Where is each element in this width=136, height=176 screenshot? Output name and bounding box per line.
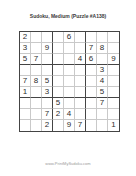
cell-r5c6 bbox=[75, 76, 86, 87]
cell-r3c9: 9 bbox=[108, 54, 119, 65]
cell-r5c5 bbox=[64, 76, 75, 87]
cell-r5c3: 5 bbox=[42, 76, 53, 87]
cell-r9c5: 9 bbox=[64, 120, 75, 131]
cell-r2c9 bbox=[108, 43, 119, 54]
cell-r6c9 bbox=[108, 87, 119, 98]
cell-r2c3: 9 bbox=[42, 43, 53, 54]
cell-r7c4: 5 bbox=[53, 98, 64, 109]
cell-r9c2 bbox=[31, 120, 42, 131]
cell-r6c3: 3 bbox=[42, 87, 53, 98]
sudoku-grid: 2639785746937854135577242971 bbox=[19, 31, 120, 132]
cell-r6c7 bbox=[86, 87, 97, 98]
cell-r1c4 bbox=[53, 32, 64, 43]
cell-r3c3 bbox=[42, 54, 53, 65]
cell-r3c6: 4 bbox=[75, 54, 86, 65]
cell-r4c1 bbox=[20, 65, 31, 76]
cell-r5c4 bbox=[53, 76, 64, 87]
cell-r1c8 bbox=[97, 32, 108, 43]
cell-r7c5 bbox=[64, 98, 75, 109]
cell-r2c1: 3 bbox=[20, 43, 31, 54]
cell-r4c2 bbox=[31, 65, 42, 76]
cell-r1c6 bbox=[75, 32, 86, 43]
cell-r7c7 bbox=[86, 98, 97, 109]
cell-r3c1: 5 bbox=[20, 54, 31, 65]
cell-r8c2 bbox=[31, 109, 42, 120]
cell-r4c7 bbox=[86, 65, 97, 76]
cell-r4c3 bbox=[42, 65, 53, 76]
cell-r7c6 bbox=[75, 98, 86, 109]
cell-r3c8 bbox=[97, 54, 108, 65]
cell-r4c9 bbox=[108, 65, 119, 76]
cell-r1c1: 2 bbox=[20, 32, 31, 43]
cell-r2c5 bbox=[64, 43, 75, 54]
footer-url: www.PrintMySudoku.com bbox=[0, 161, 136, 166]
cell-r3c5 bbox=[64, 54, 75, 65]
cell-r6c4 bbox=[53, 87, 64, 98]
cell-r5c2: 8 bbox=[31, 76, 42, 87]
cell-r3c4 bbox=[53, 54, 64, 65]
cell-r3c2: 7 bbox=[31, 54, 42, 65]
cell-r9c1 bbox=[20, 120, 31, 131]
cell-r2c6 bbox=[75, 43, 86, 54]
cell-r9c8 bbox=[97, 120, 108, 131]
cell-r6c8: 5 bbox=[97, 87, 108, 98]
cell-r4c6 bbox=[75, 65, 86, 76]
cell-r7c2 bbox=[31, 98, 42, 109]
cell-r9c7 bbox=[86, 120, 97, 131]
cell-r7c8: 7 bbox=[97, 98, 108, 109]
cell-r1c5: 6 bbox=[64, 32, 75, 43]
puzzle-title: Sudoku, Medium (Puzzle #A138) bbox=[0, 13, 136, 19]
cell-r6c6 bbox=[75, 87, 86, 98]
cell-r2c4 bbox=[53, 43, 64, 54]
cell-r1c3 bbox=[42, 32, 53, 43]
cell-r4c8: 3 bbox=[97, 65, 108, 76]
cell-r4c4 bbox=[53, 65, 64, 76]
cell-r2c7: 7 bbox=[86, 43, 97, 54]
cell-r3c7: 6 bbox=[86, 54, 97, 65]
cell-r7c9 bbox=[108, 98, 119, 109]
cell-r9c3: 2 bbox=[42, 120, 53, 131]
cell-r5c1: 7 bbox=[20, 76, 31, 87]
cell-r8c7 bbox=[86, 109, 97, 120]
cell-r9c6: 7 bbox=[75, 120, 86, 131]
cell-r2c8: 8 bbox=[97, 43, 108, 54]
cell-r6c1: 1 bbox=[20, 87, 31, 98]
cell-r8c1 bbox=[20, 109, 31, 120]
cell-r6c2 bbox=[31, 87, 42, 98]
cell-r5c9 bbox=[108, 76, 119, 87]
cell-r7c3 bbox=[42, 98, 53, 109]
cell-r8c5: 4 bbox=[64, 109, 75, 120]
cell-r8c3: 7 bbox=[42, 109, 53, 120]
cell-r1c9 bbox=[108, 32, 119, 43]
cell-r7c1 bbox=[20, 98, 31, 109]
cell-r8c8 bbox=[97, 109, 108, 120]
cell-r1c7 bbox=[86, 32, 97, 43]
cell-r9c9: 1 bbox=[108, 120, 119, 131]
cell-r5c8: 4 bbox=[97, 76, 108, 87]
cell-r6c5 bbox=[64, 87, 75, 98]
puzzle-page: Sudoku, Medium (Puzzle #A138) 2639785746… bbox=[0, 0, 136, 176]
cell-r4c5 bbox=[64, 65, 75, 76]
cell-r2c2 bbox=[31, 43, 42, 54]
cell-r1c2 bbox=[31, 32, 42, 43]
cell-r5c7 bbox=[86, 76, 97, 87]
cell-r8c9 bbox=[108, 109, 119, 120]
cell-r9c4 bbox=[53, 120, 64, 131]
cell-r8c4: 2 bbox=[53, 109, 64, 120]
cell-r8c6 bbox=[75, 109, 86, 120]
